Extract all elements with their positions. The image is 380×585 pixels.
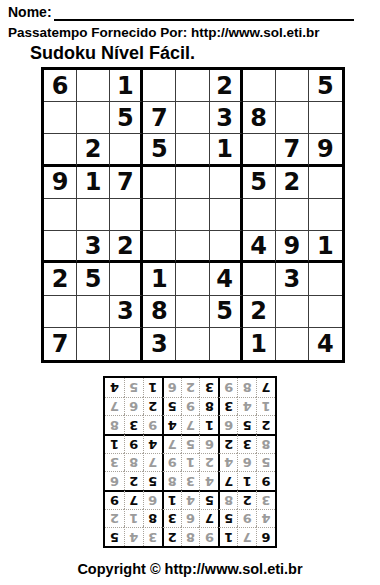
solution-cell-r3c8: 7: [124, 490, 143, 509]
copyright-text: Copyright © http://www.sol.eti.br: [0, 561, 380, 577]
solution-cell-r9c7: 1: [143, 378, 162, 397]
solution-cell-r5c6: 9: [162, 453, 181, 472]
solution-cell-r3c1: 3: [256, 490, 275, 509]
solution-cell-r4c5: 3: [181, 471, 200, 490]
solution-cell-r9c5: 2: [181, 378, 200, 397]
puzzle-cell-r8c1[interactable]: [44, 296, 77, 328]
solution-cell-r6c2: 3: [237, 434, 256, 453]
solution-cell-r8c1: 1: [256, 397, 275, 416]
solution-cell-r2c5: 6: [181, 509, 200, 528]
name-fill-in-line[interactable]: [54, 5, 354, 21]
solution-cell-r4c9: 6: [105, 471, 124, 490]
puzzle-cell-r7c2[interactable]: 5: [77, 263, 110, 295]
solution-cell-r2c2: 9: [237, 509, 256, 528]
sudoku-puzzle-grid[interactable]: 612557382517991752324912514338527314: [41, 67, 345, 363]
puzzle-cell-r8c3[interactable]: 3: [110, 296, 143, 328]
puzzle-cell-r4c8[interactable]: 2: [276, 167, 309, 199]
sudoku-worksheet-page: Nome: Passatempo Fornecido Por: http://w…: [0, 0, 380, 585]
solution-cell-r3c3: 8: [218, 490, 237, 509]
solution-cell-r1c5: 8: [181, 527, 200, 546]
solution-cell-r7c8: 3: [124, 415, 143, 434]
puzzle-cell-r2c8[interactable]: [276, 102, 309, 134]
puzzle-cell-r6c1[interactable]: [44, 231, 77, 263]
puzzle-cell-r2c6[interactable]: 3: [210, 102, 243, 134]
puzzle-cell-r2c3[interactable]: 5: [110, 102, 143, 134]
sudoku-solution-grid-rotated: 6719823454957638123285416799174385265642…: [103, 376, 277, 548]
puzzle-cell-r8c7[interactable]: 2: [243, 296, 276, 328]
puzzle-cell-r8c8[interactable]: [276, 296, 309, 328]
puzzle-cell-r1c9[interactable]: 5: [309, 70, 342, 102]
solution-cell-r2c3: 5: [218, 509, 237, 528]
solution-cell-r9c1: 7: [256, 378, 275, 397]
puzzle-cell-r3c8[interactable]: 7: [276, 134, 309, 166]
puzzle-cell-r7c3[interactable]: [110, 263, 143, 295]
solution-cell-r5c8: 8: [124, 453, 143, 472]
puzzle-cell-r6c2[interactable]: 3: [77, 231, 110, 263]
puzzle-cell-r5c8[interactable]: [276, 199, 309, 231]
puzzle-cell-r8c6[interactable]: 5: [210, 296, 243, 328]
solution-cell-r5c5: 1: [181, 453, 200, 472]
puzzle-cell-r7c9[interactable]: [309, 263, 342, 295]
solution-cell-r9c4: 3: [199, 378, 218, 397]
puzzle-cell-r2c1[interactable]: [44, 102, 77, 134]
solution-cell-r8c8: 6: [124, 397, 143, 416]
puzzle-cell-r3c9[interactable]: 9: [309, 134, 342, 166]
solution-cell-r6c3: 2: [218, 434, 237, 453]
name-label: Nome:: [8, 4, 52, 21]
puzzle-cell-r1c8[interactable]: [276, 70, 309, 102]
solution-cell-r8c7: 2: [143, 397, 162, 416]
solution-cell-r7c7: 9: [143, 415, 162, 434]
solution-cell-r7c2: 5: [237, 415, 256, 434]
solution-cell-r1c2: 7: [237, 527, 256, 546]
puzzle-cell-r4c3[interactable]: 7: [110, 167, 143, 199]
puzzle-cell-r7c6[interactable]: 4: [210, 263, 243, 295]
solution-cell-r9c2: 8: [237, 378, 256, 397]
puzzle-cell-r9c1[interactable]: 7: [44, 328, 77, 360]
solution-cell-r7c4: 1: [199, 415, 218, 434]
solution-cell-r2c8: 1: [124, 509, 143, 528]
puzzle-cell-r4c9[interactable]: [309, 167, 342, 199]
solution-cell-r6c7: 4: [143, 434, 162, 453]
solution-cell-r2c4: 7: [199, 509, 218, 528]
puzzle-cell-r4c6[interactable]: [210, 167, 243, 199]
puzzle-cell-r3c7[interactable]: [243, 134, 276, 166]
solution-cell-r7c6: 4: [162, 415, 181, 434]
solution-cell-r3c4: 5: [199, 490, 218, 509]
puzzle-cell-r7c8[interactable]: 3: [276, 263, 309, 295]
solution-cell-r9c9: 4: [105, 378, 124, 397]
solution-cell-r1c1: 6: [256, 527, 275, 546]
solution-cell-r1c8: 4: [124, 527, 143, 546]
puzzle-cell-r5c6[interactable]: [210, 199, 243, 231]
solution-cell-r3c9: 9: [105, 490, 124, 509]
solution-cell-r2c9: 2: [105, 509, 124, 528]
puzzle-cell-r6c3[interactable]: 2: [110, 231, 143, 263]
puzzle-cell-r9c7[interactable]: 1: [243, 328, 276, 360]
puzzle-cell-r9c3[interactable]: [110, 328, 143, 360]
solution-cell-r5c9: 3: [105, 453, 124, 472]
solution-cell-r9c6: 6: [162, 378, 181, 397]
solution-cell-r6c4: 6: [199, 434, 218, 453]
solution-cell-r1c6: 2: [162, 527, 181, 546]
puzzle-cell-r3c5[interactable]: [176, 134, 209, 166]
solution-cell-r6c5: 5: [181, 434, 200, 453]
puzzle-cell-r1c7[interactable]: [243, 70, 276, 102]
solution-cell-r8c4: 8: [199, 397, 218, 416]
solution-cell-r8c3: 3: [218, 397, 237, 416]
puzzle-cell-r1c6[interactable]: 2: [210, 70, 243, 102]
solution-cell-r3c2: 2: [237, 490, 256, 509]
solution-cell-r8c5: 9: [181, 397, 200, 416]
name-row: Nome:: [8, 4, 372, 21]
puzzle-cell-r9c5[interactable]: [176, 328, 209, 360]
solution-cell-r4c7: 5: [143, 471, 162, 490]
puzzle-cell-r2c5[interactable]: [176, 102, 209, 134]
solution-cell-r2c7: 8: [143, 509, 162, 528]
solution-cell-r7c9: 8: [105, 415, 124, 434]
puzzle-cell-r6c7[interactable]: 4: [243, 231, 276, 263]
solution-cell-r1c7: 3: [143, 527, 162, 546]
solution-cell-r1c3: 1: [218, 527, 237, 546]
puzzle-cell-r1c4[interactable]: [143, 70, 176, 102]
solution-cell-r7c1: 2: [256, 415, 275, 434]
puzzle-cell-r7c5[interactable]: [176, 263, 209, 295]
worksheet-header: Nome: Passatempo Fornecido Por: http://w…: [0, 0, 380, 63]
solution-cell-r4c4: 4: [199, 471, 218, 490]
solution-cell-r5c1: 5: [256, 453, 275, 472]
solution-cell-r9c3: 9: [218, 378, 237, 397]
solution-cell-r2c6: 3: [162, 509, 181, 528]
puzzle-cell-r5c3[interactable]: [110, 199, 143, 231]
puzzle-cell-r9c2[interactable]: [77, 328, 110, 360]
solution-cell-r6c6: 7: [162, 434, 181, 453]
puzzle-cell-r7c1[interactable]: 2: [44, 263, 77, 295]
puzzle-cell-r5c5[interactable]: [176, 199, 209, 231]
solution-cell-r6c1: 8: [256, 434, 275, 453]
puzzle-cell-r4c5[interactable]: [176, 167, 209, 199]
solution-cell-r7c5: 7: [181, 415, 200, 434]
puzzle-cell-r5c2[interactable]: [77, 199, 110, 231]
solution-cell-r5c4: 2: [199, 453, 218, 472]
solution-cell-r4c2: 1: [237, 471, 256, 490]
solution-cell-r1c4: 9: [199, 527, 218, 546]
puzzle-cell-r8c2[interactable]: [77, 296, 110, 328]
puzzle-cell-r2c4[interactable]: 7: [143, 102, 176, 134]
puzzle-cell-r2c9[interactable]: [309, 102, 342, 134]
puzzle-cell-r4c4[interactable]: [143, 167, 176, 199]
solution-cell-r3c7: 6: [143, 490, 162, 509]
solution-cell-r8c6: 5: [162, 397, 181, 416]
puzzle-cell-r3c3[interactable]: [110, 134, 143, 166]
puzzle-cell-r1c3[interactable]: 1: [110, 70, 143, 102]
puzzle-cell-r6c5[interactable]: [176, 231, 209, 263]
puzzle-cell-r8c9[interactable]: [309, 296, 342, 328]
solution-cell-r5c3: 4: [218, 453, 237, 472]
solution-cell-r8c9: 7: [105, 397, 124, 416]
puzzle-cell-r6c9[interactable]: 1: [309, 231, 342, 263]
puzzle-cell-r3c6[interactable]: 1: [210, 134, 243, 166]
puzzle-cell-r2c2[interactable]: [77, 102, 110, 134]
puzzle-cell-r5c7[interactable]: [243, 199, 276, 231]
puzzle-cell-r5c4[interactable]: [143, 199, 176, 231]
solution-cell-r6c9: 1: [105, 434, 124, 453]
puzzle-cell-r8c4[interactable]: 8: [143, 296, 176, 328]
solution-cell-r4c6: 8: [162, 471, 181, 490]
puzzle-cell-r3c4[interactable]: 5: [143, 134, 176, 166]
puzzle-cell-r7c7[interactable]: [243, 263, 276, 295]
solution-cell-r2c1: 4: [256, 509, 275, 528]
puzzle-cell-r9c8[interactable]: [276, 328, 309, 360]
puzzle-cell-r4c1[interactable]: 9: [44, 167, 77, 199]
puzzle-cell-r5c9[interactable]: [309, 199, 342, 231]
puzzle-cell-r3c1[interactable]: [44, 134, 77, 166]
puzzle-cell-r6c4[interactable]: [143, 231, 176, 263]
puzzle-cell-r3c2[interactable]: 2: [77, 134, 110, 166]
puzzle-cell-r1c5[interactable]: [176, 70, 209, 102]
puzzle-cell-r9c9[interactable]: 4: [309, 328, 342, 360]
puzzle-cell-r6c6[interactable]: [210, 231, 243, 263]
solution-cell-r4c3: 7: [218, 471, 237, 490]
solution-cell-r4c8: 2: [124, 471, 143, 490]
page-title: Sudoku Nível Fácil.: [30, 43, 372, 63]
solution-cell-r7c3: 6: [218, 415, 237, 434]
puzzle-cell-r1c2[interactable]: [77, 70, 110, 102]
puzzle-cell-r4c7[interactable]: 5: [243, 167, 276, 199]
solution-cell-r4c1: 9: [256, 471, 275, 490]
solution-cell-r5c2: 6: [237, 453, 256, 472]
puzzle-cell-r6c8[interactable]: 9: [276, 231, 309, 263]
puzzle-cell-r9c4[interactable]: 3: [143, 328, 176, 360]
provider-text: Passatempo Fornecido Por: http://www.sol…: [8, 24, 372, 41]
puzzle-cell-r4c2[interactable]: 1: [77, 167, 110, 199]
puzzle-cell-r2c7[interactable]: 8: [243, 102, 276, 134]
puzzle-cell-r5c1[interactable]: [44, 199, 77, 231]
solution-cell-r5c7: 7: [143, 453, 162, 472]
solution-cell-r1c9: 5: [105, 527, 124, 546]
puzzle-cell-r1c1[interactable]: 6: [44, 70, 77, 102]
solution-cell-r6c8: 9: [124, 434, 143, 453]
puzzle-cell-r9c6[interactable]: [210, 328, 243, 360]
solution-cell-r3c6: 1: [162, 490, 181, 509]
solution-cell-r8c2: 4: [237, 397, 256, 416]
puzzle-cell-r7c4[interactable]: 1: [143, 263, 176, 295]
puzzle-cell-r8c5[interactable]: [176, 296, 209, 328]
solution-cell-r3c5: 4: [181, 490, 200, 509]
solution-cell-r9c8: 5: [124, 378, 143, 397]
